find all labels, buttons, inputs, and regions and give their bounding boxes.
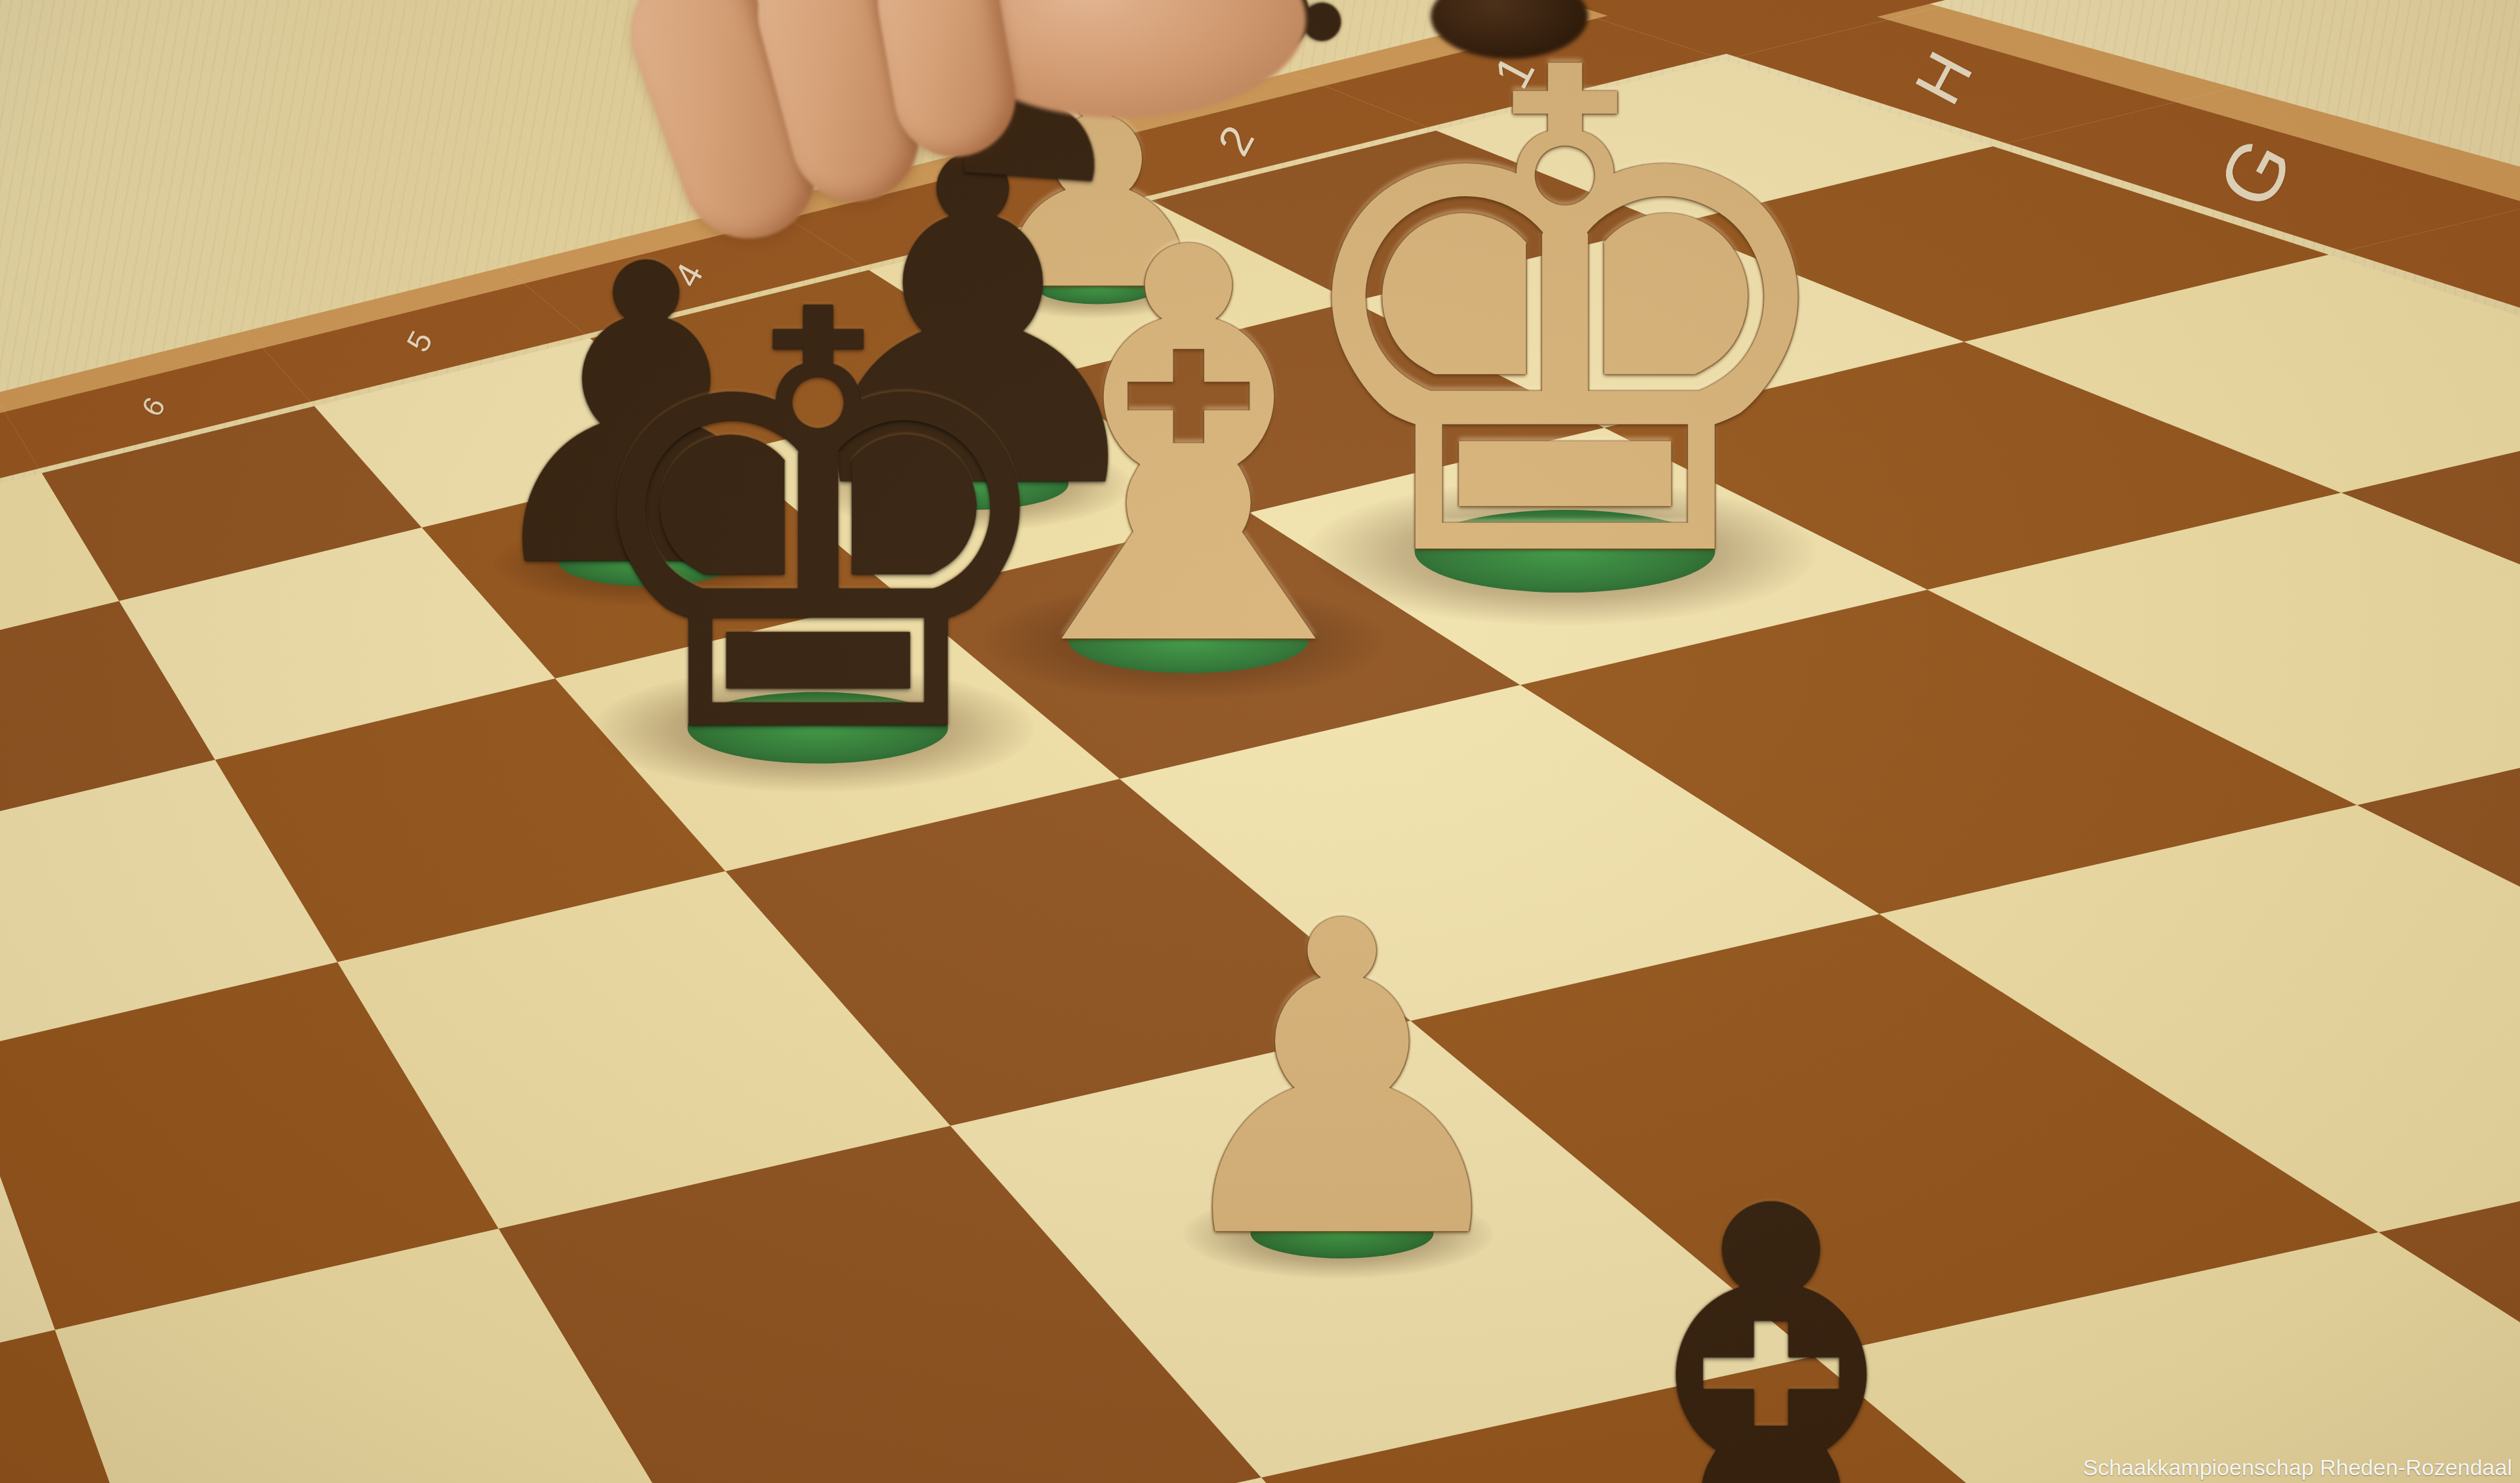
- photo-chess-tournament: { "game": "chess", "scene": "overhead ob…: [0, 0, 2520, 1483]
- black-king-f5: ♚: [560, 239, 1076, 814]
- white-pawn-d5: ♟: [1149, 866, 1536, 1297]
- watermark-caption: Schaakkampioenschap Rheden-Rozendaal: [2083, 1455, 2512, 1480]
- black-bishop-c5: ♝: [1500, 1131, 2043, 1483]
